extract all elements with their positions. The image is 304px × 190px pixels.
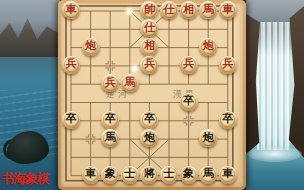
piece-character: 炮 — [203, 129, 214, 147]
piece-character: 相 — [144, 37, 155, 55]
black-soldier[interactable]: 卒 — [62, 111, 80, 129]
red-soldier[interactable]: 兵 — [219, 56, 237, 74]
last-move-origin-marker — [127, 9, 132, 14]
mountain-silhouette — [0, 13, 60, 57]
piece-character: 將 — [144, 165, 155, 183]
cliff-right — [288, 6, 304, 158]
waterfall — [257, 22, 290, 150]
red-cannon[interactable]: 炮 — [82, 38, 100, 56]
game-screen: 书海象棋 楚河漢界 車帥仕相馬車仕炮相炮兵兵兵兵兵馬卒卒卒卒卒馬炮炮車象士將士象… — [0, 0, 304, 190]
black-elephant[interactable]: 象 — [180, 166, 198, 184]
red-elephant[interactable]: 相 — [140, 38, 158, 56]
red-soldier[interactable]: 兵 — [180, 56, 198, 74]
black-soldier[interactable]: 卒 — [180, 93, 198, 111]
piece-character: 炮 — [144, 129, 155, 147]
piece-character: 炮 — [85, 37, 96, 55]
app-watermark: 书海象棋 — [1, 171, 59, 186]
left-scenery-photo: 书海象棋 — [0, 0, 60, 190]
piece-character: 車 — [222, 165, 233, 183]
red-elephant[interactable]: 相 — [180, 1, 198, 19]
right-scenery-photo — [246, 0, 304, 190]
piece-character: 馬 — [124, 74, 135, 92]
black-elephant[interactable]: 象 — [101, 166, 119, 184]
piece-character: 士 — [124, 165, 135, 183]
piece-character: 卒 — [105, 110, 116, 128]
red-chariot[interactable]: 車 — [62, 1, 80, 19]
piece-character: 馬 — [203, 1, 214, 19]
red-soldier[interactable]: 兵 — [62, 56, 80, 74]
piece-character: 兵 — [144, 55, 155, 73]
black-horse[interactable]: 馬 — [199, 166, 217, 184]
black-advisor[interactable]: 士 — [121, 166, 139, 184]
waterfall-foam — [248, 146, 302, 162]
piece-character: 卒 — [222, 110, 233, 128]
last-move-origin-marker — [132, 66, 137, 71]
piece-character: 仕 — [144, 19, 155, 37]
piece-character: 象 — [183, 165, 194, 183]
piece-character: 卒 — [183, 92, 194, 110]
piece-character: 象 — [105, 165, 116, 183]
piece-character: 炮 — [203, 37, 214, 55]
black-soldier[interactable]: 卒 — [219, 111, 237, 129]
piece-character: 兵 — [183, 55, 194, 73]
black-soldier[interactable]: 卒 — [101, 111, 119, 129]
black-chariot[interactable]: 車 — [82, 166, 100, 184]
piece-character: 相 — [183, 1, 194, 19]
xiangqi-board[interactable]: 楚河漢界 車帥仕相馬車仕炮相炮兵兵兵兵兵馬卒卒卒卒卒馬炮炮車象士將士象馬車 — [58, 0, 246, 190]
red-chariot[interactable]: 車 — [219, 1, 237, 19]
piece-character: 卒 — [144, 110, 155, 128]
piece-character: 兵 — [66, 55, 77, 73]
piece-character: 兵 — [105, 74, 116, 92]
black-general[interactable]: 將 — [140, 166, 158, 184]
red-cannon[interactable]: 炮 — [199, 38, 217, 56]
piece-character: 車 — [222, 1, 233, 19]
piece-character: 帥 — [144, 1, 155, 19]
red-advisor[interactable]: 仕 — [160, 1, 178, 19]
black-advisor[interactable]: 士 — [160, 166, 178, 184]
piece-character: 馬 — [105, 129, 116, 147]
piece-character: 卒 — [66, 110, 77, 128]
piece-character: 馬 — [203, 165, 214, 183]
piece-character: 兵 — [222, 55, 233, 73]
piece-character: 車 — [85, 165, 96, 183]
piece-character: 仕 — [164, 1, 175, 19]
black-chariot[interactable]: 車 — [219, 166, 237, 184]
piece-character: 車 — [66, 1, 77, 19]
teapot-rock — [7, 131, 49, 164]
red-horse[interactable]: 馬 — [121, 74, 139, 92]
piece-character: 士 — [164, 165, 175, 183]
